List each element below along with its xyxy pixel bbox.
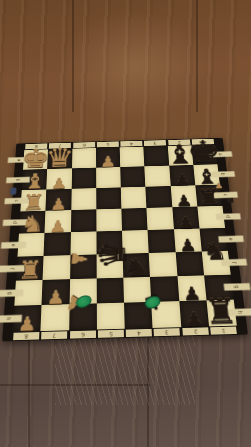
square <box>148 229 175 253</box>
coordinate-label: 1 <box>210 327 237 335</box>
square <box>169 165 195 186</box>
square <box>47 168 72 189</box>
square <box>121 208 147 231</box>
coordinate-label: 6 <box>70 330 96 338</box>
coordinate-label: 3 <box>154 328 180 336</box>
square <box>179 300 209 327</box>
coordinate-label: e <box>218 236 244 243</box>
coordinate-label: c <box>213 192 238 199</box>
square <box>70 209 96 232</box>
coordinate-label: d <box>216 213 241 220</box>
coordinate-label: g <box>0 289 23 297</box>
square <box>122 230 149 254</box>
square <box>96 278 124 304</box>
square <box>175 252 204 277</box>
square <box>146 186 172 208</box>
coordinate-label: f <box>0 265 25 272</box>
square <box>96 209 122 232</box>
coordinate-label: d <box>3 219 28 226</box>
square <box>121 187 147 209</box>
square <box>47 149 72 169</box>
square <box>120 147 145 167</box>
coordinate-label: 1 <box>191 139 213 145</box>
square <box>147 207 174 230</box>
floor-scratches <box>55 330 195 405</box>
square <box>120 166 145 187</box>
coordinate-label: 8 <box>25 143 47 149</box>
square <box>123 253 151 278</box>
square <box>144 146 169 166</box>
square <box>70 231 96 255</box>
coordinate-label: 8 <box>13 332 39 340</box>
square <box>71 168 96 189</box>
photo-of-chess-board: 8765432187654321aabbccddeeffgghh♚♛♟♝♟♜♟♞… <box>0 0 251 447</box>
floor-plank-seam <box>28 333 30 447</box>
chess-board: 8765432187654321aabbccddeeffgghh♚♛♟♝♟♜♟♞… <box>2 138 248 342</box>
square <box>96 254 123 279</box>
coordinate-label: b <box>211 171 235 177</box>
square <box>170 185 197 207</box>
square <box>149 252 177 277</box>
square <box>96 187 121 209</box>
floor-light-patch <box>60 10 210 120</box>
coordinate-label: h <box>0 315 22 323</box>
coordinate-label: 2 <box>182 327 209 335</box>
coordinate-label: 3 <box>144 140 166 146</box>
coordinate-label: 7 <box>49 143 71 149</box>
square <box>167 145 193 165</box>
square <box>43 255 70 280</box>
coordinate-label: 4 <box>126 329 152 337</box>
board-clasp-left <box>10 187 17 194</box>
coordinate-label: 2 <box>168 139 190 145</box>
square <box>96 167 121 188</box>
coordinate-label: e <box>1 242 26 249</box>
square <box>44 232 71 256</box>
square <box>145 166 171 187</box>
square <box>70 254 97 279</box>
floor-plank-seam <box>0 384 150 386</box>
coordinate-label: 6 <box>73 142 95 148</box>
coordinate-label: 5 <box>97 141 119 147</box>
coordinate-label: b <box>6 177 30 183</box>
square <box>96 147 120 167</box>
square <box>174 229 202 253</box>
square <box>96 231 122 255</box>
coordinate-label: 5 <box>98 330 124 338</box>
coordinate-label: g <box>224 283 251 291</box>
square <box>45 210 71 233</box>
square <box>177 275 206 301</box>
floor-plank-seam <box>196 0 198 112</box>
coordinate-label: a <box>209 151 233 157</box>
square <box>41 304 70 331</box>
square <box>71 188 96 210</box>
floor-plank-seam <box>147 333 149 447</box>
square <box>97 303 125 330</box>
coordinate-label: h <box>227 308 251 316</box>
floor-plank-seam <box>72 0 74 112</box>
square <box>42 279 70 305</box>
square <box>46 189 72 211</box>
coordinate-label: 7 <box>41 331 67 339</box>
coordinate-label: c <box>4 198 28 205</box>
coordinate-label: 4 <box>120 141 142 147</box>
coordinate-label: f <box>221 259 247 266</box>
square <box>172 207 199 230</box>
coordinate-label: a <box>8 157 31 163</box>
square <box>72 148 96 168</box>
